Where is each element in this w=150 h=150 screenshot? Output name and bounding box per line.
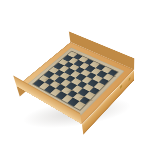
board-square <box>89 87 100 95</box>
brass-hinge-icon <box>129 77 131 81</box>
board-square <box>78 88 89 96</box>
chess-box: ♜♟♟♜♞♟♟♞♝♟♟♝♛♟♟♛♚♟♟♚♝♟♟♝♞♟♟♞♜♟♟♜ <box>17 42 135 124</box>
board-square: ♟ <box>96 71 107 78</box>
board-square <box>93 82 104 90</box>
board-square: ♟ <box>73 93 84 101</box>
board-square <box>82 84 93 92</box>
board-square: ♜ <box>74 101 85 110</box>
board-square: ♚ <box>56 91 67 99</box>
board-square <box>87 79 98 87</box>
board-square: ♝ <box>44 85 55 93</box>
board-square: ♞ <box>67 98 78 106</box>
scene: ♜♟♟♜♞♟♟♞♝♟♟♝♛♟♟♛♚♟♟♚♝♟♟♝♞♟♟♞♜♟♟♜ <box>0 0 150 150</box>
board-square <box>98 78 109 85</box>
board-square: ♞ <box>39 82 50 90</box>
board-square: ♝ <box>61 95 72 103</box>
chess-set-product-photo: ♜♟♟♜♞♟♟♞♝♟♟♝♛♟♟♛♚♟♟♚♝♟♟♝♞♟♟♞♜♟♟♜ <box>0 0 150 150</box>
board-square: ♛ <box>50 88 61 96</box>
board-square <box>84 92 95 100</box>
board-square: ♜ <box>33 80 44 87</box>
brass-hinge-icon <box>120 85 122 89</box>
board-square <box>81 76 92 83</box>
board-square: ♟ <box>79 96 90 104</box>
board-square: ♟ <box>67 90 78 98</box>
board-square: ♟ <box>102 74 113 81</box>
board-square <box>92 75 103 82</box>
